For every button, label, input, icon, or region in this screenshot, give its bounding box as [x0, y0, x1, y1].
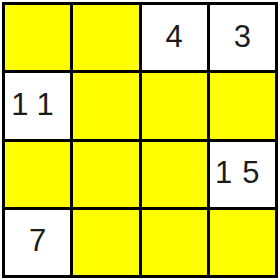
clue-cell-r1c4: 3: [210, 5, 275, 70]
empty-cell-r4c2[interactable]: [73, 210, 138, 275]
empty-cell-r3c1[interactable]: [5, 142, 70, 207]
empty-cell-r4c3[interactable]: [142, 210, 207, 275]
empty-cell-r2c4[interactable]: [210, 73, 275, 138]
empty-cell-r3c3[interactable]: [142, 142, 207, 207]
clue-cell-r3c4: 15: [210, 142, 275, 207]
empty-cell-r1c2[interactable]: [73, 5, 138, 70]
empty-cell-r1c1[interactable]: [5, 5, 70, 70]
empty-cell-r4c4[interactable]: [210, 210, 275, 275]
clue-cell-r2c1: 11: [5, 73, 70, 138]
clue-cell-r4c1: 7: [5, 210, 70, 275]
puzzle-board: 4311157: [2, 2, 278, 278]
empty-cell-r3c2[interactable]: [73, 142, 138, 207]
empty-cell-r2c3[interactable]: [142, 73, 207, 138]
empty-cell-r2c2[interactable]: [73, 73, 138, 138]
clue-cell-r1c3: 4: [142, 5, 207, 70]
